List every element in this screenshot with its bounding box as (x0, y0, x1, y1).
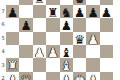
square-b6[interactable]: ♟ (19, 18, 32, 31)
square-a2[interactable]: ♟ (6, 72, 19, 80)
rank-label-6: 6 (0, 22, 6, 27)
square-e3[interactable]: ♝ (60, 58, 73, 71)
square-d2[interactable] (46, 72, 59, 80)
piece-black-pawn-h7[interactable]: ♟ (101, 5, 112, 18)
piece-black-queen-f5[interactable]: ♛ (74, 32, 85, 45)
square-a4[interactable] (6, 45, 19, 58)
square-g7[interactable]: ♟ (86, 5, 99, 18)
square-d7[interactable]: ♜ (46, 5, 59, 18)
square-h2[interactable] (100, 72, 113, 80)
square-d4[interactable]: ♟ (46, 45, 59, 58)
square-g5[interactable]: ♟ (86, 32, 99, 45)
square-e6[interactable]: ♟ (60, 18, 73, 31)
piece-white-pawn-a2[interactable]: ♟ (7, 72, 18, 80)
square-f7[interactable]: ♟ (73, 5, 86, 18)
square-g6[interactable] (86, 18, 99, 31)
chess-board-screenshot: ♜♚♟♜♞♟♟♟♟♟♛♟♟♟♝♜♝♟♛♟♚♟ 765432 (0, 0, 120, 80)
square-c5[interactable] (33, 32, 46, 45)
square-f5[interactable]: ♛ (73, 32, 86, 45)
square-f6[interactable] (73, 18, 86, 31)
chess-board[interactable]: ♜♚♟♜♞♟♟♟♟♟♛♟♟♟♝♜♝♟♛♟♚♟ (6, 0, 113, 80)
piece-white-queen-b2[interactable]: ♛ (20, 72, 31, 80)
rank-label-7: 7 (0, 9, 6, 14)
square-h5[interactable] (100, 32, 113, 45)
square-a6[interactable] (6, 18, 19, 31)
square-f3[interactable] (73, 58, 86, 71)
square-d3[interactable] (46, 58, 59, 71)
piece-white-pawn-d4[interactable]: ♟ (47, 45, 58, 58)
rank-label-2: 2 (0, 76, 6, 80)
square-b3[interactable] (19, 58, 32, 71)
piece-white-pawn-e2[interactable]: ♟ (61, 72, 72, 80)
square-g3[interactable] (86, 58, 99, 71)
square-b4[interactable] (19, 45, 32, 58)
square-e2[interactable]: ♟ (60, 72, 73, 80)
piece-white-pawn-c4[interactable]: ♟ (34, 45, 45, 58)
square-g2[interactable]: ♟ (86, 72, 99, 80)
square-a7[interactable]: ♟ (6, 5, 19, 18)
piece-black-pawn-a7[interactable]: ♟ (7, 5, 18, 18)
square-c4[interactable]: ♟ (33, 45, 46, 58)
piece-black-pawn-f7[interactable]: ♟ (74, 5, 85, 18)
piece-black-pawn-g7[interactable]: ♟ (87, 5, 98, 18)
square-c8[interactable]: ♜ (33, 0, 46, 5)
square-h7[interactable]: ♟ (100, 5, 113, 18)
piece-black-rook-d7[interactable]: ♜ (47, 5, 58, 18)
piece-black-rook-c8[interactable]: ♜ (34, 0, 45, 5)
square-b7[interactable] (19, 5, 32, 18)
square-d5[interactable] (46, 32, 59, 45)
square-a5[interactable] (6, 32, 19, 45)
piece-black-knight-e7[interactable]: ♞ (61, 5, 72, 18)
piece-white-pawn-g5[interactable]: ♟ (87, 32, 98, 45)
square-c2[interactable] (33, 72, 46, 80)
square-b2[interactable]: ♛ (19, 72, 32, 80)
rank-label-4: 4 (0, 49, 6, 54)
square-e4[interactable]: ♝ (60, 45, 73, 58)
piece-black-bishop-e4[interactable]: ♝ (61, 45, 72, 58)
square-c3[interactable] (33, 58, 46, 71)
piece-white-pawn-g2[interactable]: ♟ (87, 72, 98, 80)
square-b5[interactable] (19, 32, 32, 45)
square-f2[interactable]: ♚ (73, 72, 86, 80)
square-g4[interactable] (86, 45, 99, 58)
rank-label-3: 3 (0, 63, 6, 68)
piece-black-pawn-b6[interactable]: ♟ (20, 19, 31, 32)
square-a3[interactable]: ♜ (6, 58, 19, 71)
square-h6[interactable] (100, 18, 113, 31)
square-h4[interactable] (100, 45, 113, 58)
square-c7[interactable] (33, 5, 46, 18)
square-c6[interactable] (33, 18, 46, 31)
piece-white-rook-a3[interactable]: ♜ (7, 59, 18, 72)
piece-white-king-f2[interactable]: ♚ (74, 72, 85, 80)
square-e7[interactable]: ♞ (60, 5, 73, 18)
rank-label-5: 5 (0, 36, 6, 41)
square-h3[interactable] (100, 58, 113, 71)
square-e5[interactable] (60, 32, 73, 45)
square-f4[interactable] (73, 45, 86, 58)
piece-black-pawn-e6[interactable]: ♟ (61, 19, 72, 32)
square-d6[interactable] (46, 18, 59, 31)
piece-white-bishop-e3[interactable]: ♝ (61, 59, 72, 72)
